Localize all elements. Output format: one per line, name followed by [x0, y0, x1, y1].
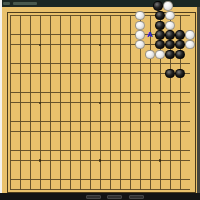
- star-point: [99, 159, 101, 161]
- bottom-bar-button-1[interactable]: [86, 195, 101, 200]
- white-stone: [135, 30, 144, 39]
- star-point: [159, 102, 161, 104]
- black-player-stone-icon: [153, 1, 162, 10]
- white-player-stone-icon: [163, 1, 172, 10]
- goban[interactable]: A: [5, 11, 195, 195]
- black-stone: [155, 30, 164, 39]
- star-point: [159, 159, 161, 161]
- black-stone: [175, 69, 184, 78]
- star-point: [99, 102, 101, 104]
- star-point: [39, 102, 41, 104]
- board-panel: A: [0, 7, 200, 193]
- toolbar-text-smudge: [13, 2, 37, 5]
- white-stone: [185, 40, 194, 49]
- toolbar-text-smudge: [3, 2, 10, 5]
- white-stone: [135, 11, 144, 20]
- black-stone: [165, 50, 174, 59]
- black-stone: [155, 21, 164, 30]
- bottom-toolbar: [0, 193, 200, 200]
- white-stone: [165, 21, 174, 30]
- white-stone: [135, 40, 144, 49]
- star-point: [99, 44, 101, 46]
- white-stone: [145, 50, 154, 59]
- black-stone: [155, 40, 164, 49]
- move-label-A: A: [147, 32, 152, 39]
- black-stone: [175, 50, 184, 59]
- star-point: [39, 159, 41, 161]
- white-stone: [135, 21, 144, 30]
- bottom-bar-button-3[interactable]: [129, 195, 144, 200]
- white-stone: [165, 11, 174, 20]
- bottom-bar-button-2[interactable]: [107, 195, 122, 200]
- black-stone: [155, 11, 164, 20]
- black-stone: [165, 30, 174, 39]
- white-stone: [155, 50, 164, 59]
- black-stone: [175, 40, 184, 49]
- black-stone: [165, 40, 174, 49]
- go-client-window: A: [0, 0, 200, 200]
- white-stone: [185, 30, 194, 39]
- black-stone: [175, 30, 184, 39]
- window-right-edge: [197, 7, 200, 193]
- window-left-edge: [0, 0, 2, 193]
- black-stone: [165, 69, 174, 78]
- star-point: [39, 44, 41, 46]
